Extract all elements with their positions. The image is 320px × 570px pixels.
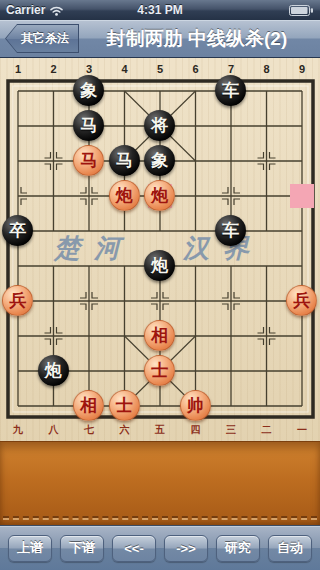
bottom-coordinate-label: 一 [294,423,310,437]
piece-black-c3r1[interactable]: 马 [73,110,104,141]
bottom-coordinate-label: 四 [188,423,204,437]
bottom-coordinate-label: 八 [46,423,62,437]
piece-red-c1r6[interactable]: 兵 [2,285,33,316]
auto-play-button[interactable]: 自动 [268,535,312,562]
piece-red-c5r7[interactable]: 相 [144,320,175,351]
bottom-toolbar: 上谱 下谱 <<- ->> 研究 自动 [0,525,320,570]
xiangqi-board[interactable]: 123456789 九八七六五四三二一 楚河 汉界 象车马将马马象炮炮卒车炮兵兵… [0,58,320,441]
pieces-layer: 象车马将马马象炮炮卒车炮兵兵相炮士相士帅 [0,73,320,423]
bottom-coordinate-label: 六 [117,423,133,437]
battery-icon [289,5,314,16]
page-title: 封制两肋 中线纵杀(2) [79,26,315,52]
back-button[interactable]: 其它杀法 [5,24,79,53]
piece-black-c5r2[interactable]: 象 [144,145,175,176]
piece-red-c5r8[interactable]: 士 [144,355,175,386]
piece-black-c4r2[interactable]: 马 [109,145,140,176]
research-button[interactable]: 研究 [216,535,260,562]
piece-black-c5r1[interactable]: 将 [144,110,175,141]
bottom-coordinate-label: 三 [223,423,239,437]
bottom-coordinate-label: 五 [152,423,168,437]
leather-panel [0,441,320,526]
last-move-highlight [290,184,314,208]
piece-black-c7r4[interactable]: 车 [215,215,246,246]
status-time: 4:31 PM [0,3,320,17]
piece-red-c4r9[interactable]: 士 [109,390,140,421]
piece-black-c5r5[interactable]: 炮 [144,250,175,281]
app-screen: Carrier 4:31 PM 其它杀法 封制两肋 中线纵杀(2) 123456 [0,0,320,570]
piece-black-c3r0[interactable]: 象 [73,75,104,106]
step-back-button[interactable]: <<- [112,535,156,562]
next-manual-button[interactable]: 下谱 [60,535,104,562]
nav-bar: 其它杀法 封制两肋 中线纵杀(2) [0,20,320,58]
bottom-coordinate-label: 九 [10,423,26,437]
piece-red-c3r9[interactable]: 相 [73,390,104,421]
piece-red-c9r6[interactable]: 兵 [286,285,317,316]
piece-red-c6r9[interactable]: 帅 [180,390,211,421]
piece-red-c3r2[interactable]: 马 [73,145,104,176]
piece-black-c7r0[interactable]: 车 [215,75,246,106]
status-bar: Carrier 4:31 PM [0,0,320,20]
piece-black-c1r4[interactable]: 卒 [2,215,33,246]
piece-red-c4r3[interactable]: 炮 [109,180,140,211]
piece-black-c2r8[interactable]: 炮 [38,355,69,386]
back-button-label: 其它杀法 [21,30,69,47]
bottom-coordinate-label: 七 [81,423,97,437]
bottom-coordinate-label: 二 [259,423,275,437]
prev-manual-button[interactable]: 上谱 [8,535,52,562]
step-forward-button[interactable]: ->> [164,535,208,562]
